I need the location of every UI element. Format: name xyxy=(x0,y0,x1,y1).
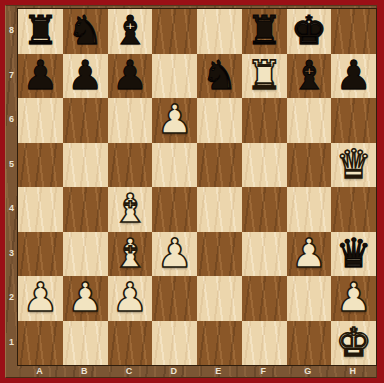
square-e7[interactable]: ♞ xyxy=(197,54,242,99)
file-label-b: B xyxy=(62,365,107,378)
square-f6[interactable] xyxy=(242,98,287,143)
square-e6[interactable] xyxy=(197,98,242,143)
square-g6[interactable] xyxy=(287,98,332,143)
piece-white-pawn: ♟ xyxy=(67,277,103,317)
square-b7[interactable]: ♟ xyxy=(63,54,108,99)
square-h5[interactable]: ♛ xyxy=(331,143,376,188)
square-h1[interactable]: ♚ xyxy=(331,321,376,366)
rank-label-5: 5 xyxy=(6,142,17,187)
square-b3[interactable] xyxy=(63,232,108,277)
piece-white-pawn: ♟ xyxy=(291,233,327,273)
file-label-a: A xyxy=(17,365,62,378)
square-c8[interactable]: ♝ xyxy=(108,9,153,54)
rank-label-1: 1 xyxy=(6,320,17,365)
square-f4[interactable] xyxy=(242,187,287,232)
square-h6[interactable] xyxy=(331,98,376,143)
piece-black-pawn: ♟ xyxy=(336,55,372,95)
square-b8[interactable]: ♞ xyxy=(63,9,108,54)
rank-label-2: 2 xyxy=(6,275,17,320)
piece-black-rook: ♜ xyxy=(246,10,282,50)
board-frame: 87654321 ♜♞♝♜♚♟♟♟♞♜♝♟♟♛♝♝♟♟♛♟♟♟♟♚ ABCDEF… xyxy=(5,5,377,378)
square-h2[interactable]: ♟ xyxy=(331,276,376,321)
square-b1[interactable] xyxy=(63,321,108,366)
square-c7[interactable]: ♟ xyxy=(108,54,153,99)
square-a8[interactable]: ♜ xyxy=(18,9,63,54)
square-g8[interactable]: ♚ xyxy=(287,9,332,54)
square-c5[interactable] xyxy=(108,143,153,188)
square-g5[interactable] xyxy=(287,143,332,188)
rank-label-4: 4 xyxy=(6,186,17,231)
square-h4[interactable] xyxy=(331,187,376,232)
square-g7[interactable]: ♝ xyxy=(287,54,332,99)
file-label-f: F xyxy=(241,365,286,378)
square-a4[interactable] xyxy=(18,187,63,232)
piece-white-pawn: ♟ xyxy=(22,277,58,317)
file-labels: ABCDEFGH xyxy=(17,365,375,378)
piece-white-king: ♚ xyxy=(336,322,372,362)
piece-white-queen: ♛ xyxy=(336,144,372,184)
square-a1[interactable] xyxy=(18,321,63,366)
chess-board[interactable]: ♜♞♝♜♚♟♟♟♞♜♝♟♟♛♝♝♟♟♛♟♟♟♟♚ xyxy=(17,8,377,366)
piece-black-rook: ♜ xyxy=(22,10,58,50)
rank-label-6: 6 xyxy=(6,97,17,142)
square-d3[interactable]: ♟ xyxy=(152,232,197,277)
square-d6[interactable]: ♟ xyxy=(152,98,197,143)
square-d5[interactable] xyxy=(152,143,197,188)
square-d1[interactable] xyxy=(152,321,197,366)
square-d8[interactable] xyxy=(152,9,197,54)
piece-black-bishop: ♝ xyxy=(112,10,148,50)
square-e3[interactable] xyxy=(197,232,242,277)
square-d2[interactable] xyxy=(152,276,197,321)
square-f5[interactable] xyxy=(242,143,287,188)
piece-black-knight: ♞ xyxy=(201,55,237,95)
square-b5[interactable] xyxy=(63,143,108,188)
file-label-g: G xyxy=(286,365,331,378)
square-b2[interactable]: ♟ xyxy=(63,276,108,321)
square-g4[interactable] xyxy=(287,187,332,232)
piece-white-pawn: ♟ xyxy=(336,277,372,317)
square-d4[interactable] xyxy=(152,187,197,232)
square-c6[interactable] xyxy=(108,98,153,143)
file-label-h: H xyxy=(330,365,375,378)
square-f1[interactable] xyxy=(242,321,287,366)
file-label-c: C xyxy=(107,365,152,378)
chess-app: 87654321 ♜♞♝♜♚♟♟♟♞♜♝♟♟♛♝♝♟♟♛♟♟♟♟♚ ABCDEF… xyxy=(0,0,384,383)
piece-black-pawn: ♟ xyxy=(112,55,148,95)
square-e8[interactable] xyxy=(197,9,242,54)
square-h3[interactable]: ♛ xyxy=(331,232,376,277)
square-h7[interactable]: ♟ xyxy=(331,54,376,99)
square-e2[interactable] xyxy=(197,276,242,321)
square-g2[interactable] xyxy=(287,276,332,321)
square-a7[interactable]: ♟ xyxy=(18,54,63,99)
piece-white-rook: ♜ xyxy=(246,55,282,95)
rank-label-3: 3 xyxy=(6,231,17,276)
square-c4[interactable]: ♝ xyxy=(108,187,153,232)
square-c2[interactable]: ♟ xyxy=(108,276,153,321)
piece-black-queen: ♛ xyxy=(336,233,372,273)
square-b6[interactable] xyxy=(63,98,108,143)
square-e1[interactable] xyxy=(197,321,242,366)
piece-white-bishop: ♝ xyxy=(112,188,148,228)
square-f7[interactable]: ♜ xyxy=(242,54,287,99)
piece-black-pawn: ♟ xyxy=(67,55,103,95)
file-label-d: D xyxy=(151,365,196,378)
piece-black-pawn: ♟ xyxy=(22,55,58,95)
square-g1[interactable] xyxy=(287,321,332,366)
square-a2[interactable]: ♟ xyxy=(18,276,63,321)
piece-black-bishop: ♝ xyxy=(291,55,327,95)
square-f3[interactable] xyxy=(242,232,287,277)
square-a3[interactable] xyxy=(18,232,63,277)
piece-black-king: ♚ xyxy=(291,10,327,50)
piece-white-pawn: ♟ xyxy=(157,99,193,139)
square-a5[interactable] xyxy=(18,143,63,188)
piece-white-pawn: ♟ xyxy=(157,233,193,273)
square-e5[interactable] xyxy=(197,143,242,188)
piece-white-bishop: ♝ xyxy=(112,233,148,273)
square-a6[interactable] xyxy=(18,98,63,143)
square-g3[interactable]: ♟ xyxy=(287,232,332,277)
rank-label-7: 7 xyxy=(6,53,17,98)
rank-labels: 87654321 xyxy=(6,8,17,364)
rank-label-8: 8 xyxy=(6,8,17,53)
square-e4[interactable] xyxy=(197,187,242,232)
square-d7[interactable] xyxy=(152,54,197,99)
square-c3[interactable]: ♝ xyxy=(108,232,153,277)
square-b4[interactable] xyxy=(63,187,108,232)
square-h8[interactable] xyxy=(331,9,376,54)
square-f8[interactable]: ♜ xyxy=(242,9,287,54)
file-label-e: E xyxy=(196,365,241,378)
square-f2[interactable] xyxy=(242,276,287,321)
piece-black-knight: ♞ xyxy=(67,10,103,50)
square-c1[interactable] xyxy=(108,321,153,366)
piece-white-pawn: ♟ xyxy=(112,277,148,317)
